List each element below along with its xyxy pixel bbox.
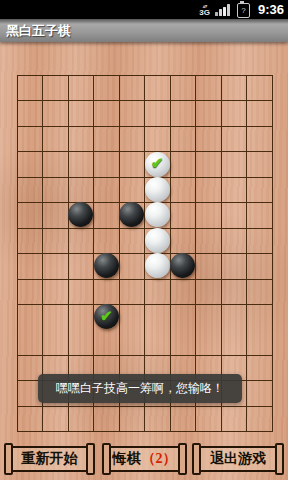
status-bar: ▴▾ 3G ? 9:36: [0, 0, 288, 19]
last-move-check-icon: ✔: [151, 154, 164, 172]
exit-button-label: 退出游戏: [210, 450, 266, 468]
scroll-roll-icon: [178, 443, 187, 475]
clock-text: 9:36: [258, 2, 284, 17]
game-result-toast: 嘿嘿白子技高一筹啊，您输咯！: [38, 374, 242, 403]
scroll-roll-icon: [4, 443, 13, 475]
white-stone: ✔: [145, 152, 170, 177]
black-stone: ✔: [94, 304, 119, 329]
scroll-roll-icon: [275, 443, 284, 475]
network-type-label: 3G: [199, 9, 210, 17]
board-area: ✔✔ 嘿嘿白子技高一筹啊，您输咯！ 重新开始 悔棋 （2） 退出游戏: [0, 42, 288, 480]
battery-query-text: ?: [241, 7, 245, 15]
signal-strength-icon: [215, 4, 230, 16]
restart-button[interactable]: 重新开始: [5, 446, 94, 472]
restart-button-label: 重新开始: [22, 450, 78, 468]
white-stone: [145, 253, 170, 278]
undo-count-badge: （2）: [142, 450, 177, 468]
app-screen: ▴▾ 3G ? 9:36 黑白五子棋 ✔✔ 嘿嘿白子技高一筹啊，您输咯！ 重新开…: [0, 0, 288, 480]
scroll-roll-icon: [86, 443, 95, 475]
exit-button[interactable]: 退出游戏: [193, 446, 283, 472]
undo-button-label: 悔棋: [113, 450, 141, 468]
last-move-check-icon: ✔: [100, 307, 113, 325]
black-stone: [94, 253, 119, 278]
undo-button[interactable]: 悔棋 （2）: [103, 446, 186, 472]
white-stone: [145, 228, 170, 253]
battery-unknown-icon: ?: [237, 3, 250, 18]
scroll-roll-icon: [102, 443, 111, 475]
network-3g-icon: ▴▾ 3G: [199, 3, 210, 17]
scroll-roll-icon: [192, 443, 201, 475]
white-stone: [145, 177, 170, 202]
app-title: 黑白五子棋: [0, 22, 71, 40]
title-bar: 黑白五子棋: [0, 19, 288, 42]
